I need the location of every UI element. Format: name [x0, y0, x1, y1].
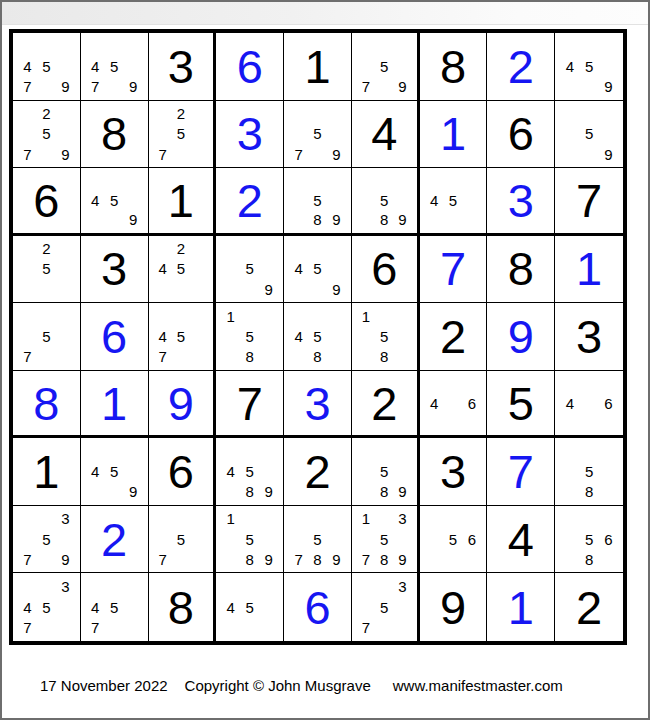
cell-r1c6[interactable]: 579 — [352, 33, 420, 101]
cell-r5c5[interactable]: 458 — [284, 303, 352, 371]
candidate-empty — [599, 509, 618, 529]
cell-candidates: 589 — [284, 168, 351, 233]
candidate-empty — [154, 124, 172, 144]
cell-r7c5[interactable]: 2 — [284, 438, 352, 506]
candidate-empty — [444, 393, 463, 413]
candidate-empty — [444, 413, 463, 433]
cell-r7c1[interactable]: 1 — [13, 438, 81, 506]
candidate-mark: 4 — [221, 462, 240, 482]
cell-r8c5[interactable]: 5789 — [284, 506, 352, 574]
candidate-mark: 5 — [37, 259, 56, 279]
candidate-empty — [375, 509, 393, 529]
cell-r9c9[interactable]: 2 — [555, 573, 623, 641]
cell-r3c1[interactable]: 6 — [13, 168, 81, 236]
cell-r7c4[interactable]: 4589 — [216, 438, 284, 506]
candidate-mark: 2 — [37, 104, 56, 124]
candidate-empty — [56, 529, 75, 549]
cell-r8c9[interactable]: 568 — [555, 506, 623, 574]
candidate-mark: 7 — [357, 76, 375, 96]
cell-r7c9[interactable]: 58 — [555, 438, 623, 506]
candidate-mark: 5 — [375, 529, 393, 549]
cell-r1c2[interactable]: 4579 — [81, 33, 149, 101]
candidate-empty — [289, 191, 308, 211]
cell-r5c8[interactable]: 9 — [487, 303, 555, 371]
candidate-mark: 5 — [172, 124, 190, 144]
cell-r8c3[interactable]: 57 — [149, 506, 217, 574]
candidate-mark: 5 — [105, 191, 124, 211]
candidate-empty — [240, 279, 259, 299]
candidate-empty — [259, 441, 278, 461]
candidate-mark: 4 — [425, 191, 444, 211]
cell-r2c9[interactable]: 59 — [555, 101, 623, 169]
candidate-mark: 4 — [86, 191, 105, 211]
candidate-empty — [18, 36, 37, 56]
candidate-mark: 8 — [579, 549, 598, 569]
candidate-empty — [105, 576, 124, 597]
cell-candidates: 158 — [352, 303, 417, 370]
cell-r2c2[interactable]: 8 — [81, 101, 149, 169]
candidate-empty — [105, 441, 124, 461]
cell-r1c3[interactable]: 3 — [149, 33, 217, 101]
cell-r3c8[interactable]: 3 — [487, 168, 555, 236]
candidate-mark: 4 — [560, 56, 579, 76]
candidate-empty — [357, 576, 375, 597]
candidate-empty — [393, 56, 411, 76]
candidate-empty — [190, 347, 208, 367]
candidate-empty — [357, 191, 375, 211]
cell-r5c6[interactable]: 158 — [352, 303, 420, 371]
page: 4579457936157982459257982573579416596459… — [0, 0, 650, 720]
candidate-mark: 5 — [308, 326, 327, 346]
candidate-empty — [18, 529, 37, 549]
candidate-mark: 5 — [240, 326, 259, 346]
cell-r4c8[interactable]: 8 — [487, 236, 555, 304]
solved-digit: 2 — [508, 43, 534, 90]
candidate-empty — [579, 393, 598, 413]
cell-candidates: 5789 — [284, 506, 351, 573]
candidate-mark: 5 — [308, 191, 327, 211]
candidate-mark: 5 — [37, 56, 56, 76]
candidate-mark: 2 — [172, 239, 190, 259]
candidate-mark: 7 — [357, 549, 375, 569]
candidate-mark: 9 — [599, 144, 618, 164]
candidate-empty — [289, 124, 308, 144]
candidate-empty — [37, 144, 56, 164]
cell-r1c4[interactable]: 6 — [216, 33, 284, 101]
candidate-mark: 9 — [327, 549, 346, 569]
candidate-empty — [18, 124, 37, 144]
candidate-empty — [444, 210, 463, 230]
cell-r9c5[interactable]: 6 — [284, 573, 352, 641]
candidate-empty — [56, 617, 75, 638]
candidate-empty — [37, 509, 56, 529]
candidate-mark: 5 — [375, 597, 393, 618]
cell-r2c4[interactable]: 3 — [216, 101, 284, 169]
candidate-empty — [86, 441, 105, 461]
candidate-empty — [393, 171, 411, 191]
candidate-mark: 3 — [56, 576, 75, 597]
candidate-empty — [375, 306, 393, 326]
candidate-empty — [393, 529, 411, 549]
given-digit: 6 — [508, 110, 534, 157]
candidate-mark: 9 — [56, 549, 75, 569]
given-digit: 2 — [576, 584, 602, 631]
candidate-empty — [463, 509, 482, 529]
candidate-mark: 5 — [172, 326, 190, 346]
candidate-mark: 5 — [240, 259, 259, 279]
given-digit: 3 — [101, 245, 127, 292]
solved-digit: 3 — [237, 110, 263, 157]
cell-r1c9[interactable]: 459 — [555, 33, 623, 101]
candidate-mark: 6 — [599, 529, 618, 549]
candidate-empty — [154, 239, 172, 259]
cell-r2c5[interactable]: 579 — [284, 101, 352, 169]
cell-candidates: 357 — [352, 573, 417, 641]
candidate-mark: 7 — [86, 617, 105, 638]
cell-r4c9[interactable]: 1 — [555, 236, 623, 304]
cell-candidates: 3457 — [13, 573, 80, 641]
candidate-empty — [599, 104, 618, 124]
cell-r4c7[interactable]: 7 — [420, 236, 488, 304]
cell-r6c8[interactable]: 5 — [487, 371, 555, 439]
cell-r3c7[interactable]: 45 — [420, 168, 488, 236]
candidate-mark: 9 — [393, 210, 411, 230]
cell-r9c6[interactable]: 357 — [352, 573, 420, 641]
cell-candidates: 158 — [216, 303, 283, 370]
candidate-empty — [599, 441, 618, 461]
candidate-empty — [425, 509, 444, 529]
candidate-empty — [124, 171, 143, 191]
candidate-empty — [393, 191, 411, 211]
cell-r2c3[interactable]: 257 — [149, 101, 217, 169]
candidate-empty — [375, 36, 393, 56]
candidate-empty — [327, 124, 346, 144]
candidate-empty — [357, 529, 375, 549]
candidate-mark: 4 — [86, 462, 105, 482]
candidate-mark: 5 — [105, 597, 124, 618]
candidate-empty — [190, 124, 208, 144]
candidate-mark: 4 — [289, 259, 308, 279]
candidate-empty — [86, 210, 105, 230]
candidate-empty — [444, 509, 463, 529]
given-digit: 8 — [440, 43, 466, 90]
candidate-mark: 9 — [56, 76, 75, 96]
cell-r6c4[interactable]: 7 — [216, 371, 284, 439]
candidate-empty — [327, 191, 346, 211]
candidate-mark: 5 — [375, 191, 393, 211]
solved-digit: 7 — [440, 245, 466, 292]
candidate-mark: 5 — [240, 597, 259, 618]
cell-r1c8[interactable]: 2 — [487, 33, 555, 101]
cell-r3c4[interactable]: 2 — [216, 168, 284, 236]
candidate-empty — [18, 239, 37, 259]
cell-candidates: 4579 — [13, 33, 80, 100]
given-digit: 3 — [168, 43, 194, 90]
footer: 17 November 2022 Copyright © John Musgra… — [40, 670, 563, 700]
candidate-empty — [221, 347, 240, 367]
candidate-mark: 8 — [375, 210, 393, 230]
candidate-empty — [425, 210, 444, 230]
cell-r8c8[interactable]: 4 — [487, 506, 555, 574]
candidate-mark: 1 — [357, 509, 375, 529]
candidate-mark: 5 — [105, 56, 124, 76]
cell-candidates: 457 — [149, 303, 214, 370]
candidate-mark: 8 — [308, 210, 327, 230]
candidate-mark: 9 — [259, 482, 278, 502]
given-digit: 3 — [440, 448, 466, 495]
candidate-empty — [190, 306, 208, 326]
cell-r5c4[interactable]: 158 — [216, 303, 284, 371]
candidate-mark: 9 — [56, 144, 75, 164]
candidate-empty — [18, 326, 37, 346]
candidate-empty — [221, 529, 240, 549]
candidate-empty — [357, 36, 375, 56]
candidate-empty — [560, 509, 579, 529]
cell-r4c6[interactable]: 6 — [352, 236, 420, 304]
cell-r8c1[interactable]: 3579 — [13, 506, 81, 574]
candidate-empty — [463, 210, 482, 230]
candidate-empty — [579, 36, 598, 56]
cell-candidates: 257 — [149, 101, 214, 168]
cell-r6c1[interactable]: 8 — [13, 371, 81, 439]
cell-r3c3[interactable]: 1 — [149, 168, 217, 236]
cell-r6c9[interactable]: 46 — [555, 371, 623, 439]
cell-candidates: 568 — [555, 506, 623, 573]
candidate-empty — [56, 56, 75, 76]
candidate-empty — [289, 306, 308, 326]
candidate-empty — [425, 529, 444, 549]
cell-candidates: 2579 — [13, 101, 80, 168]
candidate-empty — [444, 549, 463, 569]
cell-r7c2[interactable]: 459 — [81, 438, 149, 506]
candidate-empty — [259, 576, 278, 597]
cell-r7c6[interactable]: 589 — [352, 438, 420, 506]
candidate-empty — [560, 76, 579, 96]
candidate-empty — [579, 144, 598, 164]
candidate-empty — [393, 462, 411, 482]
cell-r2c7[interactable]: 1 — [420, 101, 488, 169]
candidate-mark: 9 — [327, 144, 346, 164]
cell-r6c6[interactable]: 2 — [352, 371, 420, 439]
candidate-empty — [308, 279, 327, 299]
cell-r2c6[interactable]: 4 — [352, 101, 420, 169]
candidate-empty — [221, 482, 240, 502]
candidate-empty — [105, 76, 124, 96]
cell-r9c4[interactable]: 45 — [216, 573, 284, 641]
cell-candidates: 135789 — [352, 506, 417, 573]
candidate-empty — [560, 462, 579, 482]
candidate-empty — [154, 529, 172, 549]
candidate-mark: 8 — [240, 482, 259, 502]
cell-r4c1[interactable]: 25 — [13, 236, 81, 304]
cell-r5c1[interactable]: 57 — [13, 303, 81, 371]
candidate-empty — [357, 482, 375, 502]
cell-r4c5[interactable]: 459 — [284, 236, 352, 304]
candidate-mark: 5 — [375, 462, 393, 482]
candidate-empty — [154, 509, 172, 529]
candidate-mark: 5 — [444, 191, 463, 211]
candidate-empty — [599, 413, 618, 433]
candidate-empty — [221, 239, 240, 259]
candidate-mark: 4 — [18, 597, 37, 618]
cell-r6c3[interactable]: 9 — [149, 371, 217, 439]
candidate-mark: 6 — [599, 393, 618, 413]
candidate-mark: 4 — [154, 326, 172, 346]
title-bar — [2, 2, 648, 25]
candidate-mark: 6 — [463, 393, 482, 413]
candidate-empty — [463, 374, 482, 394]
candidate-empty — [56, 306, 75, 326]
candidate-empty — [221, 576, 240, 597]
candidate-empty — [463, 171, 482, 191]
candidate-mark: 7 — [154, 347, 172, 367]
candidate-mark: 6 — [463, 529, 482, 549]
cell-r9c3[interactable]: 8 — [149, 573, 217, 641]
candidate-empty — [37, 549, 56, 569]
given-digit: 8 — [168, 584, 194, 631]
cell-r5c2[interactable]: 6 — [81, 303, 149, 371]
cell-r3c6[interactable]: 589 — [352, 168, 420, 236]
sudoku-board: 4579457936157982459257982573579416596459… — [9, 29, 627, 645]
cell-r3c2[interactable]: 459 — [81, 168, 149, 236]
candidate-empty — [560, 441, 579, 461]
cell-r8c2[interactable]: 2 — [81, 506, 149, 574]
candidate-empty — [86, 482, 105, 502]
cell-candidates: 56 — [420, 506, 487, 573]
given-digit: 2 — [440, 313, 466, 360]
candidate-empty — [259, 239, 278, 259]
candidate-empty — [190, 104, 208, 124]
candidate-empty — [425, 413, 444, 433]
candidate-empty — [259, 617, 278, 638]
given-digit: 4 — [508, 516, 534, 563]
candidate-empty — [327, 326, 346, 346]
candidate-empty — [289, 279, 308, 299]
candidate-mark: 9 — [124, 210, 143, 230]
candidate-empty — [560, 36, 579, 56]
candidate-empty — [37, 279, 56, 299]
candidate-mark: 7 — [18, 617, 37, 638]
candidate-empty — [259, 462, 278, 482]
candidate-empty — [308, 144, 327, 164]
candidate-mark: 5 — [579, 462, 598, 482]
candidate-empty — [463, 413, 482, 433]
cell-r8c7[interactable]: 56 — [420, 506, 488, 574]
candidate-empty — [56, 326, 75, 346]
candidate-empty — [154, 279, 172, 299]
cell-r6c5[interactable]: 3 — [284, 371, 352, 439]
cell-r4c4[interactable]: 59 — [216, 236, 284, 304]
solved-digit: 6 — [101, 313, 127, 360]
candidate-empty — [37, 347, 56, 367]
cell-r3c5[interactable]: 589 — [284, 168, 352, 236]
candidate-empty — [599, 549, 618, 569]
cell-candidates: 25 — [13, 236, 80, 303]
cell-r1c5[interactable]: 1 — [284, 33, 352, 101]
candidate-empty — [308, 306, 327, 326]
candidate-empty — [124, 36, 143, 56]
cell-r9c1[interactable]: 3457 — [13, 573, 81, 641]
candidate-empty — [105, 210, 124, 230]
candidate-empty — [357, 441, 375, 461]
cell-r9c8[interactable]: 1 — [487, 573, 555, 641]
cell-r9c7[interactable]: 9 — [420, 573, 488, 641]
candidate-mark: 3 — [393, 509, 411, 529]
candidate-mark: 5 — [37, 597, 56, 618]
candidate-empty — [375, 441, 393, 461]
candidate-empty — [105, 482, 124, 502]
cell-r2c8[interactable]: 6 — [487, 101, 555, 169]
cell-r4c2[interactable]: 3 — [81, 236, 149, 304]
solved-digit: 9 — [168, 380, 194, 427]
cell-r3c9[interactable]: 7 — [555, 168, 623, 236]
candidate-empty — [579, 509, 598, 529]
solved-digit: 1 — [101, 380, 127, 427]
cell-r7c3[interactable]: 6 — [149, 438, 217, 506]
candidate-mark: 5 — [375, 326, 393, 346]
cell-r1c7[interactable]: 8 — [420, 33, 488, 101]
candidate-mark: 4 — [289, 326, 308, 346]
candidate-empty — [86, 576, 105, 597]
candidate-mark: 9 — [327, 279, 346, 299]
cell-r8c4[interactable]: 1589 — [216, 506, 284, 574]
candidate-mark: 5 — [240, 529, 259, 549]
candidate-empty — [560, 124, 579, 144]
candidate-empty — [393, 306, 411, 326]
candidate-empty — [560, 549, 579, 569]
candidate-empty — [357, 171, 375, 191]
candidate-mark: 9 — [124, 482, 143, 502]
candidate-empty — [56, 347, 75, 367]
cell-r5c7[interactable]: 2 — [420, 303, 488, 371]
given-digit: 1 — [33, 448, 59, 495]
candidate-mark: 4 — [154, 259, 172, 279]
candidate-empty — [560, 413, 579, 433]
candidate-empty — [289, 104, 308, 124]
candidate-empty — [599, 374, 618, 394]
solved-digit: 2 — [237, 177, 263, 224]
cell-r9c2[interactable]: 457 — [81, 573, 149, 641]
cell-r4c3[interactable]: 245 — [149, 236, 217, 304]
candidate-empty — [393, 441, 411, 461]
candidate-empty — [357, 462, 375, 482]
candidate-empty — [18, 104, 37, 124]
candidate-mark: 5 — [579, 529, 598, 549]
solved-digit: 1 — [576, 245, 602, 292]
candidate-empty — [190, 509, 208, 529]
cell-r1c1[interactable]: 4579 — [13, 33, 81, 101]
cell-r6c2[interactable]: 1 — [81, 371, 149, 439]
candidate-empty — [240, 441, 259, 461]
cell-r7c7[interactable]: 3 — [420, 438, 488, 506]
candidate-mark: 7 — [289, 144, 308, 164]
cell-r7c8[interactable]: 7 — [487, 438, 555, 506]
candidate-empty — [327, 171, 346, 191]
cell-r5c3[interactable]: 457 — [149, 303, 217, 371]
cell-candidates: 46 — [420, 371, 487, 436]
cell-candidates: 457 — [81, 573, 148, 641]
candidate-empty — [86, 171, 105, 191]
cell-r8c6[interactable]: 135789 — [352, 506, 420, 574]
candidate-empty — [599, 36, 618, 56]
candidate-mark: 5 — [172, 529, 190, 549]
cell-r5c9[interactable]: 3 — [555, 303, 623, 371]
cell-r2c1[interactable]: 2579 — [13, 101, 81, 169]
given-digit: 8 — [101, 110, 127, 157]
candidate-empty — [375, 576, 393, 597]
given-digit: 2 — [371, 380, 397, 427]
cell-r6c7[interactable]: 46 — [420, 371, 488, 439]
